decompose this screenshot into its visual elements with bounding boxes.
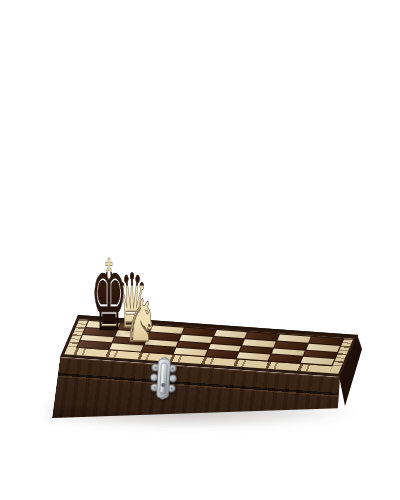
board-square <box>141 346 174 354</box>
board-square <box>173 348 206 356</box>
product-photo-chess-box: ♛♚♞ <box>0 0 400 500</box>
board-square <box>237 353 270 361</box>
latch-clasp-icon <box>146 355 181 402</box>
board-square <box>110 343 143 351</box>
board-square <box>205 350 238 358</box>
board-square <box>78 341 111 349</box>
board-square <box>269 355 302 363</box>
board-square <box>301 357 334 365</box>
